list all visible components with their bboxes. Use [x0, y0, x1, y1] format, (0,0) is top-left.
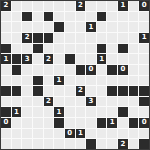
empty-cell-r4c13[interactable] — [139, 44, 149, 54]
clue-digit: 0 — [67, 130, 72, 137]
wall-cell-r4c9 — [97, 44, 107, 54]
empty-cell-r9c0[interactable] — [1, 97, 11, 107]
empty-cell-r4c6[interactable] — [65, 44, 75, 54]
empty-cell-r13c4[interactable] — [44, 139, 54, 149]
empty-cell-r1c13[interactable] — [139, 12, 149, 22]
wall-cell-r4c11 — [118, 44, 128, 54]
clue-cell-r5c0: 1 — [1, 54, 11, 64]
empty-cell-r7c0[interactable] — [1, 76, 11, 86]
wall-cell-r13c8 — [86, 139, 96, 149]
empty-cell-r10c7[interactable] — [76, 107, 86, 117]
empty-cell-r2c0[interactable] — [1, 22, 11, 32]
empty-cell-r6c13[interactable] — [139, 65, 149, 75]
clue-digit: 1 — [110, 119, 115, 126]
empty-cell-r6c0[interactable] — [1, 65, 11, 75]
clue-digit: 2 — [78, 87, 83, 94]
empty-cell-r3c0[interactable] — [1, 33, 11, 43]
empty-cell-r11c11[interactable] — [118, 118, 128, 128]
clue-digit: 2 — [25, 34, 30, 41]
wall-cell-r8c11 — [118, 86, 128, 96]
clue-cell-r12c6: 0 — [65, 129, 75, 139]
clue-digit: 2 — [46, 56, 51, 63]
clue-digit: 1 — [78, 130, 83, 137]
empty-cell-r1c0[interactable] — [1, 12, 11, 22]
empty-cell-r9c9[interactable] — [97, 97, 107, 107]
wall-cell-r10c0 — [1, 107, 11, 117]
empty-cell-r10c12[interactable] — [129, 107, 139, 117]
empty-cell-r13c2[interactable] — [22, 139, 32, 149]
empty-cell-r8c2[interactable] — [22, 86, 32, 96]
clue-digit: 1 — [57, 109, 62, 116]
empty-cell-r6c9[interactable] — [97, 65, 107, 75]
wall-cell-r10c11 — [118, 107, 128, 117]
wall-cell-r6c7 — [76, 65, 86, 75]
empty-cell-r13c12[interactable] — [129, 139, 139, 149]
wall-cell-r6c1 — [12, 65, 22, 75]
empty-cell-r7c6[interactable] — [65, 76, 75, 86]
wall-cell-r8c13 — [139, 86, 149, 96]
wall-cell-r5c1 — [12, 54, 22, 64]
clue-cell-r11c0: 0 — [1, 118, 11, 128]
empty-cell-r0c10[interactable] — [107, 1, 117, 11]
empty-cell-r5c12[interactable] — [129, 54, 139, 64]
clue-cell-r8c7: 2 — [76, 86, 86, 96]
empty-cell-r12c13[interactable] — [139, 129, 149, 139]
wall-cell-r1c2 — [22, 12, 32, 22]
empty-cell-r9c10[interactable] — [107, 97, 117, 107]
empty-cell-r1c7[interactable] — [76, 12, 86, 22]
empty-cell-r3c1[interactable] — [12, 33, 22, 43]
clue-digit: 0 — [3, 119, 8, 126]
empty-cell-r9c6[interactable] — [65, 97, 75, 107]
empty-cell-r0c6[interactable] — [65, 1, 75, 11]
clue-cell-r0c7: 2 — [76, 1, 86, 11]
empty-cell-r9c2[interactable] — [22, 97, 32, 107]
empty-cell-r13c7[interactable] — [76, 139, 86, 149]
empty-cell-r3c10[interactable] — [107, 33, 117, 43]
empty-cell-r5c11[interactable] — [118, 54, 128, 64]
empty-cell-r1c6[interactable] — [65, 12, 75, 22]
wall-cell-r8c0 — [1, 86, 11, 96]
wall-cell-r9c13 — [139, 97, 149, 107]
wall-cell-r7c3 — [33, 76, 43, 86]
empty-cell-r6c4[interactable] — [44, 65, 54, 75]
empty-cell-r4c1[interactable] — [12, 44, 22, 54]
wall-cell-r4c3 — [33, 44, 43, 54]
empty-cell-r12c3[interactable] — [33, 129, 43, 139]
empty-cell-r10c6[interactable] — [65, 107, 75, 117]
empty-cell-r7c4[interactable] — [44, 76, 54, 86]
empty-cell-r1c1[interactable] — [12, 12, 22, 22]
empty-cell-r10c3[interactable] — [33, 107, 43, 117]
empty-cell-r12c9[interactable] — [97, 129, 107, 139]
empty-cell-r2c9[interactable] — [97, 22, 107, 32]
empty-cell-r9c1[interactable] — [12, 97, 22, 107]
clue-digit: 2 — [78, 2, 83, 9]
empty-cell-r3c12[interactable] — [129, 33, 139, 43]
clue-digit: 3 — [89, 98, 94, 105]
empty-cell-r5c13[interactable] — [139, 54, 149, 64]
clue-cell-r9c8: 3 — [86, 97, 96, 107]
clue-digit: 1 — [57, 77, 62, 84]
empty-cell-r2c11[interactable] — [118, 22, 128, 32]
empty-cell-r3c9[interactable] — [97, 33, 107, 43]
empty-cell-r9c5[interactable] — [54, 97, 64, 107]
empty-cell-r12c8[interactable] — [86, 129, 96, 139]
empty-cell-r0c5[interactable] — [54, 1, 64, 11]
empty-cell-r11c6[interactable] — [65, 118, 75, 128]
empty-cell-r12c10[interactable] — [107, 129, 117, 139]
empty-cell-r2c12[interactable] — [129, 22, 139, 32]
wall-cell-r11c9 — [97, 118, 107, 128]
empty-cell-r3c6[interactable] — [65, 33, 75, 43]
clue-digit: 1 — [99, 56, 104, 63]
empty-cell-r2c3[interactable] — [33, 22, 43, 32]
clue-digit: 1 — [14, 109, 19, 116]
empty-cell-r7c11[interactable] — [118, 76, 128, 86]
empty-cell-r4c4[interactable] — [44, 44, 54, 54]
wall-cell-r11c5 — [54, 118, 64, 128]
empty-cell-r4c8[interactable] — [86, 44, 96, 54]
empty-cell-r12c5[interactable] — [54, 129, 64, 139]
empty-cell-r9c12[interactable] — [129, 97, 139, 107]
empty-cell-r12c4[interactable] — [44, 129, 54, 139]
clue-digit: 0 — [89, 66, 94, 73]
clue-digit: 0 — [142, 119, 147, 126]
empty-cell-r0c2[interactable] — [22, 1, 32, 11]
clue-cell-r3c13: 1 — [139, 33, 149, 43]
empty-cell-r5c5[interactable] — [54, 54, 64, 64]
empty-cell-r11c2[interactable] — [22, 118, 32, 128]
empty-cell-r0c8[interactable] — [86, 1, 96, 11]
clue-digit: 2 — [46, 98, 51, 105]
wall-cell-r3c3 — [33, 33, 43, 43]
empty-cell-r13c1[interactable] — [12, 139, 22, 149]
empty-cell-r10c8[interactable] — [86, 107, 96, 117]
clue-cell-r2c8: 1 — [86, 22, 96, 32]
empty-cell-r13c3[interactable] — [33, 139, 43, 149]
empty-cell-r13c10[interactable] — [107, 139, 117, 149]
empty-cell-r1c10[interactable] — [107, 12, 117, 22]
clue-cell-r0c13: 0 — [139, 1, 149, 11]
empty-cell-r4c2[interactable] — [22, 44, 32, 54]
empty-cell-r8c6[interactable] — [65, 86, 75, 96]
empty-cell-r3c7[interactable] — [76, 33, 86, 43]
empty-cell-r10c4[interactable] — [44, 107, 54, 117]
wall-cell-r8c3 — [33, 86, 43, 96]
wall-cell-r6c10 — [107, 65, 117, 75]
empty-cell-r7c13[interactable] — [139, 76, 149, 86]
clue-cell-r11c13: 0 — [139, 118, 149, 128]
empty-cell-r5c8[interactable] — [86, 54, 96, 64]
clue-cell-r3c2: 2 — [22, 33, 32, 43]
empty-cell-r8c8[interactable] — [86, 86, 96, 96]
empty-cell-r9c11[interactable] — [118, 97, 128, 107]
clue-cell-r6c8: 0 — [86, 65, 96, 75]
empty-cell-r3c11[interactable] — [118, 33, 128, 43]
empty-cell-r4c12[interactable] — [129, 44, 139, 54]
empty-cell-r11c3[interactable] — [33, 118, 43, 128]
empty-cell-r13c0[interactable] — [1, 139, 11, 149]
empty-cell-r12c0[interactable] — [1, 129, 11, 139]
wall-cell-r3c4 — [44, 33, 54, 43]
empty-cell-r6c3[interactable] — [33, 65, 43, 75]
wall-cell-r8c10 — [107, 86, 117, 96]
clue-digit: 1 — [120, 2, 125, 9]
empty-cell-r7c12[interactable] — [129, 76, 139, 86]
empty-cell-r6c2[interactable] — [22, 65, 32, 75]
empty-cell-r6c12[interactable] — [129, 65, 139, 75]
empty-cell-r4c7[interactable] — [76, 44, 86, 54]
puzzle-board: 2210121132100122311010012 — [0, 0, 150, 150]
empty-cell-r3c8[interactable] — [86, 33, 96, 43]
empty-cell-r1c8[interactable] — [86, 12, 96, 22]
wall-cell-r1c4 — [44, 12, 54, 22]
wall-cell-r11c12 — [129, 118, 139, 128]
empty-cell-r13c9[interactable] — [97, 139, 107, 149]
wall-cell-r5c6 — [65, 54, 75, 64]
empty-cell-r2c2[interactable] — [22, 22, 32, 32]
clue-cell-r10c1: 1 — [12, 107, 22, 117]
empty-cell-r0c12[interactable] — [129, 1, 139, 11]
clue-digit: 1 — [3, 56, 8, 63]
empty-cell-r7c7[interactable] — [76, 76, 86, 86]
empty-cell-r2c6[interactable] — [65, 22, 75, 32]
clue-digit: 1 — [89, 24, 94, 31]
empty-cell-r7c9[interactable] — [97, 76, 107, 86]
empty-cell-r6c6[interactable] — [65, 65, 75, 75]
empty-cell-r12c2[interactable] — [22, 129, 32, 139]
clue-digit: 1 — [142, 34, 147, 41]
empty-cell-r12c1[interactable] — [12, 129, 22, 139]
empty-cell-r13c6[interactable] — [65, 139, 75, 149]
clue-cell-r12c7: 1 — [76, 129, 86, 139]
empty-cell-r7c2[interactable] — [22, 76, 32, 86]
empty-cell-r5c7[interactable] — [76, 54, 86, 64]
empty-cell-r10c9[interactable] — [97, 107, 107, 117]
empty-cell-r10c13[interactable] — [139, 107, 149, 117]
empty-cell-r8c5[interactable] — [54, 86, 64, 96]
empty-cell-r8c4[interactable] — [44, 86, 54, 96]
empty-cell-r8c9[interactable] — [97, 86, 107, 96]
clue-digit: 0 — [142, 2, 147, 9]
clue-digit: 0 — [120, 66, 125, 73]
empty-cell-r1c11[interactable] — [118, 12, 128, 22]
empty-cell-r1c12[interactable] — [129, 12, 139, 22]
empty-cell-r11c1[interactable] — [12, 118, 22, 128]
empty-cell-r2c4[interactable] — [44, 22, 54, 32]
empty-cell-r4c5[interactable] — [54, 44, 64, 54]
wall-cell-r4c0 — [1, 44, 11, 54]
empty-cell-r13c5[interactable] — [54, 139, 64, 149]
empty-cell-r2c13[interactable] — [139, 22, 149, 32]
empty-cell-r0c3[interactable] — [33, 1, 43, 11]
empty-cell-r2c7[interactable] — [76, 22, 86, 32]
clue-cell-r11c10: 1 — [107, 118, 117, 128]
empty-cell-r11c7[interactable] — [76, 118, 86, 128]
empty-cell-r2c1[interactable] — [12, 22, 22, 32]
empty-cell-r6c5[interactable] — [54, 65, 64, 75]
empty-cell-r7c10[interactable] — [107, 76, 117, 86]
empty-cell-r9c3[interactable] — [33, 97, 43, 107]
clue-cell-r6c11: 0 — [118, 65, 128, 75]
empty-cell-r0c4[interactable] — [44, 1, 54, 11]
clue-cell-r5c9: 1 — [97, 54, 107, 64]
clue-cell-r5c4: 2 — [44, 54, 54, 64]
wall-cell-r13c13 — [139, 139, 149, 149]
empty-cell-r1c3[interactable] — [33, 12, 43, 22]
wall-cell-r2c5 — [54, 22, 64, 32]
clue-cell-r5c2: 3 — [22, 54, 32, 64]
empty-cell-r11c8[interactable] — [86, 118, 96, 128]
empty-cell-r9c7[interactable] — [76, 97, 86, 107]
clue-cell-r0c0: 2 — [1, 1, 11, 11]
empty-cell-r7c8[interactable] — [86, 76, 96, 86]
empty-cell-r11c4[interactable] — [44, 118, 54, 128]
clue-cell-r13c11: 2 — [118, 139, 128, 149]
empty-cell-r3c5[interactable] — [54, 33, 64, 43]
empty-cell-r10c10[interactable] — [107, 107, 117, 117]
clue-cell-r9c4: 2 — [44, 97, 54, 107]
clue-digit: 2 — [120, 141, 125, 148]
empty-cell-r1c5[interactable] — [54, 12, 64, 22]
empty-cell-r12c11[interactable] — [118, 129, 128, 139]
clue-digit: 2 — [3, 2, 8, 9]
empty-cell-r0c9[interactable] — [97, 1, 107, 11]
empty-cell-r5c10[interactable] — [107, 54, 117, 64]
wall-cell-r1c9 — [97, 12, 107, 22]
clue-cell-r7c5: 1 — [54, 76, 64, 86]
empty-cell-r0c1[interactable] — [12, 1, 22, 11]
empty-cell-r7c1[interactable] — [12, 76, 22, 86]
clue-cell-r0c11: 1 — [118, 1, 128, 11]
empty-cell-r12c12[interactable] — [129, 129, 139, 139]
empty-cell-r4c10[interactable] — [107, 44, 117, 54]
clue-digit: 3 — [25, 56, 30, 63]
wall-cell-r8c1 — [12, 86, 22, 96]
empty-cell-r5c3[interactable] — [33, 54, 43, 64]
clue-cell-r10c5: 1 — [54, 107, 64, 117]
empty-cell-r2c10[interactable] — [107, 22, 117, 32]
wall-cell-r8c12 — [129, 86, 139, 96]
empty-cell-r10c2[interactable] — [22, 107, 32, 117]
